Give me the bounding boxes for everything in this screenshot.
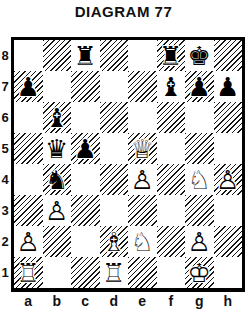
white-knight: ♞♘: [128, 226, 157, 257]
square-e8[interactable]: [128, 40, 157, 71]
square-a7[interactable]: ♟: [14, 71, 43, 102]
square-f2[interactable]: [157, 226, 186, 257]
square-c8[interactable]: ♜: [71, 40, 100, 71]
black-pawn: ♟: [71, 133, 100, 164]
black-bishop: ♝: [157, 71, 186, 102]
rank-label-2: 2: [0, 226, 10, 257]
white-rook-outline: ♖: [100, 257, 129, 288]
square-a2[interactable]: ♟♙: [14, 226, 43, 257]
square-b5[interactable]: ♛: [43, 133, 72, 164]
white-knight: ♞♘: [185, 164, 214, 195]
white-bishop-outline: ♗: [100, 226, 129, 257]
square-b4[interactable]: ♞: [43, 164, 72, 195]
white-pawn-outline: ♙: [43, 195, 72, 226]
black-rook-glyph: ♜: [71, 40, 100, 71]
black-king: ♚: [185, 40, 214, 71]
square-e3[interactable]: [128, 195, 157, 226]
white-knight-outline: ♘: [128, 226, 157, 257]
square-g7[interactable]: ♟: [185, 71, 214, 102]
black-rook-glyph: ♜: [157, 40, 186, 71]
square-f8[interactable]: ♜: [157, 40, 186, 71]
square-c5[interactable]: ♟: [71, 133, 100, 164]
rank-label-5: 5: [0, 133, 10, 164]
file-labels: abcdefgh: [14, 293, 242, 309]
square-b1[interactable]: [43, 257, 72, 288]
black-pawn: ♟: [214, 71, 243, 102]
black-pawn-glyph: ♟: [14, 71, 43, 102]
diagram-title: DIAGRAM 77: [0, 3, 247, 20]
square-f1[interactable]: [157, 257, 186, 288]
white-queen-outline: ♕: [128, 133, 157, 164]
rank-label-7: 7: [0, 71, 10, 102]
white-king: ♚♔: [185, 257, 214, 288]
file-label-h: h: [214, 293, 243, 309]
square-a5[interactable]: [14, 133, 43, 164]
white-rook: ♜♖: [14, 257, 43, 288]
white-pawn: ♟♙: [43, 195, 72, 226]
square-g3[interactable]: [185, 195, 214, 226]
square-d7[interactable]: [100, 71, 129, 102]
white-king-outline: ♔: [185, 257, 214, 288]
square-h8[interactable]: [214, 40, 243, 71]
square-g1[interactable]: ♚♔: [185, 257, 214, 288]
square-c6[interactable]: [71, 102, 100, 133]
square-a6[interactable]: [14, 102, 43, 133]
square-e2[interactable]: ♞♘: [128, 226, 157, 257]
square-f5[interactable]: [157, 133, 186, 164]
white-queen: ♛♕: [128, 133, 157, 164]
black-bishop-glyph: ♝: [157, 71, 186, 102]
rank-label-4: 4: [0, 164, 10, 195]
file-label-c: c: [71, 293, 100, 309]
square-d1[interactable]: ♜♖: [100, 257, 129, 288]
black-pawn-glyph: ♟: [214, 71, 243, 102]
square-b8[interactable]: [43, 40, 72, 71]
square-b3[interactable]: ♟♙: [43, 195, 72, 226]
square-h3[interactable]: [214, 195, 243, 226]
white-pawn-outline: ♙: [128, 164, 157, 195]
square-a1[interactable]: ♜♖: [14, 257, 43, 288]
black-bishop-glyph: ♝: [43, 102, 72, 133]
square-f7[interactable]: ♝: [157, 71, 186, 102]
square-h6[interactable]: [214, 102, 243, 133]
square-e7[interactable]: [128, 71, 157, 102]
white-bishop: ♝♗: [100, 226, 129, 257]
square-b2[interactable]: [43, 226, 72, 257]
white-rook-outline: ♖: [14, 257, 43, 288]
rank-label-3: 3: [0, 195, 10, 226]
black-king-glyph: ♚: [185, 40, 214, 71]
square-g4[interactable]: ♞♘: [185, 164, 214, 195]
square-e6[interactable]: [128, 102, 157, 133]
square-h7[interactable]: ♟: [214, 71, 243, 102]
black-pawn-glyph: ♟: [71, 133, 100, 164]
black-knight-glyph: ♞: [43, 164, 72, 195]
file-label-b: b: [43, 293, 72, 309]
square-h1[interactable]: [214, 257, 243, 288]
square-f6[interactable]: [157, 102, 186, 133]
square-d5[interactable]: [100, 133, 129, 164]
file-label-d: d: [100, 293, 129, 309]
white-knight-outline: ♘: [185, 164, 214, 195]
rank-labels: 87654321: [0, 40, 10, 288]
square-h2[interactable]: [214, 226, 243, 257]
white-pawn-outline: ♙: [185, 226, 214, 257]
square-c1[interactable]: [71, 257, 100, 288]
square-f4[interactable]: [157, 164, 186, 195]
white-pawn: ♟♙: [185, 226, 214, 257]
black-rook: ♜: [71, 40, 100, 71]
square-e1[interactable]: [128, 257, 157, 288]
book-page: DIAGRAM 77 87654321 ♜♜♚♟♝♟♟♝♛♟♛♕♞♟♙♞♘♟♙♟…: [0, 0, 247, 311]
file-label-a: a: [14, 293, 43, 309]
white-rook: ♜♖: [100, 257, 129, 288]
square-d2[interactable]: ♝♗: [100, 226, 129, 257]
square-e4[interactable]: ♟♙: [128, 164, 157, 195]
square-d3[interactable]: [100, 195, 129, 226]
file-label-g: g: [185, 293, 214, 309]
square-g6[interactable]: [185, 102, 214, 133]
square-c4[interactable]: [71, 164, 100, 195]
square-c3[interactable]: [71, 195, 100, 226]
rank-label-8: 8: [0, 40, 10, 71]
square-d8[interactable]: [100, 40, 129, 71]
white-pawn-outline: ♙: [214, 164, 243, 195]
square-g2[interactable]: ♟♙: [185, 226, 214, 257]
black-knight: ♞: [43, 164, 72, 195]
file-label-f: f: [157, 293, 186, 309]
rank-label-6: 6: [0, 102, 10, 133]
square-g5[interactable]: [185, 133, 214, 164]
black-pawn: ♟: [185, 71, 214, 102]
white-pawn: ♟♙: [14, 226, 43, 257]
square-f3[interactable]: [157, 195, 186, 226]
square-e5[interactable]: ♛♕: [128, 133, 157, 164]
square-b6[interactable]: ♝: [43, 102, 72, 133]
square-a4[interactable]: [14, 164, 43, 195]
square-g8[interactable]: ♚: [185, 40, 214, 71]
square-c2[interactable]: [71, 226, 100, 257]
square-d6[interactable]: [100, 102, 129, 133]
white-pawn-outline: ♙: [14, 226, 43, 257]
rank-label-1: 1: [0, 257, 10, 288]
square-d4[interactable]: [100, 164, 129, 195]
square-a3[interactable]: [14, 195, 43, 226]
black-bishop: ♝: [43, 102, 72, 133]
square-a8[interactable]: [14, 40, 43, 71]
black-pawn: ♟: [14, 71, 43, 102]
black-pawn-glyph: ♟: [185, 71, 214, 102]
chess-board: ♜♜♚♟♝♟♟♝♛♟♛♕♞♟♙♞♘♟♙♟♙♟♙♝♗♞♘♟♙♜♖♜♖♚♔: [11, 37, 245, 292]
square-h4[interactable]: ♟♙: [214, 164, 243, 195]
square-c7[interactable]: [71, 71, 100, 102]
black-rook: ♜: [157, 40, 186, 71]
square-b7[interactable]: [43, 71, 72, 102]
white-pawn: ♟♙: [214, 164, 243, 195]
file-label-e: e: [128, 293, 157, 309]
white-pawn: ♟♙: [128, 164, 157, 195]
square-h5[interactable]: [214, 133, 243, 164]
black-queen-glyph: ♛: [43, 133, 72, 164]
black-queen: ♛: [43, 133, 72, 164]
